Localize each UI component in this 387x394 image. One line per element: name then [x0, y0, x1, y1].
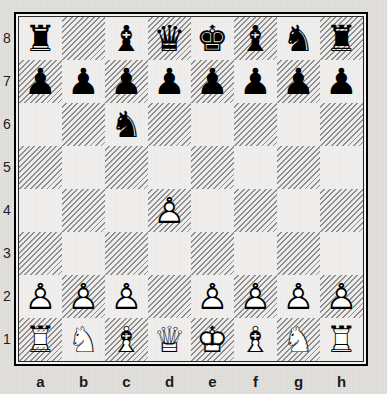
square-c3[interactable]	[105, 232, 148, 275]
white-pawn-icon: ♙	[234, 275, 277, 318]
square-c8[interactable]: ♝	[105, 17, 148, 60]
file-label-d: d	[148, 372, 191, 392]
rank-label-4: 4	[0, 189, 14, 232]
white-pawn-icon: ♙	[320, 275, 363, 318]
piece-black-queen-d8[interactable]: ♛	[148, 17, 191, 60]
square-a5[interactable]	[19, 146, 62, 189]
square-b1[interactable]: ♞♘	[62, 318, 105, 361]
rank-label-3: 3	[0, 232, 14, 275]
piece-white-knight-g1[interactable]: ♞♘	[277, 318, 320, 361]
file-labels: abcdefgh	[19, 372, 363, 392]
white-king-icon: ♔	[191, 318, 234, 361]
square-f8[interactable]: ♝	[234, 17, 277, 60]
square-h7[interactable]: ♟	[320, 60, 363, 103]
square-f2[interactable]: ♟♙	[234, 275, 277, 318]
square-a4[interactable]	[19, 189, 62, 232]
white-pawn-icon: ♙	[19, 275, 62, 318]
square-a6[interactable]	[19, 103, 62, 146]
square-b6[interactable]	[62, 103, 105, 146]
square-a7[interactable]: ♟	[19, 60, 62, 103]
black-pawn-icon: ♟	[19, 60, 62, 103]
square-f1[interactable]: ♝♗	[234, 318, 277, 361]
square-g7[interactable]: ♟	[277, 60, 320, 103]
square-d1[interactable]: ♛♕	[148, 318, 191, 361]
file-label-h: h	[320, 372, 363, 392]
square-d2[interactable]	[148, 275, 191, 318]
black-pawn-icon: ♟	[191, 60, 234, 103]
square-d6[interactable]	[148, 103, 191, 146]
file-label-g: g	[277, 372, 320, 392]
square-b5[interactable]	[62, 146, 105, 189]
square-d5[interactable]	[148, 146, 191, 189]
piece-white-pawn-e2[interactable]: ♟♙	[191, 275, 234, 318]
square-d3[interactable]	[148, 232, 191, 275]
piece-white-bishop-c1[interactable]: ♝♗	[105, 318, 148, 361]
square-g6[interactable]	[277, 103, 320, 146]
square-g5[interactable]	[277, 146, 320, 189]
piece-black-pawn-a7[interactable]: ♟	[19, 60, 62, 103]
piece-white-king-e1[interactable]: ♚♔	[191, 318, 234, 361]
piece-black-rook-a8[interactable]: ♜	[19, 17, 62, 60]
square-d8[interactable]: ♛	[148, 17, 191, 60]
file-label-b: b	[62, 372, 105, 392]
square-c1[interactable]: ♝♗	[105, 318, 148, 361]
square-h6[interactable]	[320, 103, 363, 146]
white-pawn-icon: ♙	[148, 189, 191, 232]
file-label-e: e	[191, 372, 234, 392]
black-rook-icon: ♜	[320, 17, 363, 60]
white-bishop-icon: ♗	[105, 318, 148, 361]
square-a3[interactable]	[19, 232, 62, 275]
chess-diagram: 87654321 ♜♝♛♚♝♞♜♟♟♟♟♟♟♟♟♞♟♙♟♙♟♙♟♙♟♙♟♙♟♙♟…	[0, 0, 387, 394]
black-queen-icon: ♛	[148, 17, 191, 60]
square-h8[interactable]: ♜	[320, 17, 363, 60]
square-h3[interactable]	[320, 232, 363, 275]
piece-white-rook-h1[interactable]: ♜♖	[320, 318, 363, 361]
piece-black-bishop-c8[interactable]: ♝	[105, 17, 148, 60]
piece-white-knight-b1[interactable]: ♞♘	[62, 318, 105, 361]
square-e8[interactable]: ♚	[191, 17, 234, 60]
piece-black-pawn-c7[interactable]: ♟	[105, 60, 148, 103]
square-e7[interactable]: ♟	[191, 60, 234, 103]
white-pawn-icon: ♙	[62, 275, 105, 318]
square-c7[interactable]: ♟	[105, 60, 148, 103]
black-pawn-icon: ♟	[234, 60, 277, 103]
square-c2[interactable]: ♟♙	[105, 275, 148, 318]
black-pawn-icon: ♟	[277, 60, 320, 103]
rank-label-1: 1	[0, 318, 14, 361]
piece-black-knight-g8[interactable]: ♞	[277, 17, 320, 60]
file-label-c: c	[105, 372, 148, 392]
piece-black-king-e8[interactable]: ♚	[191, 17, 234, 60]
piece-white-pawn-h2[interactable]: ♟♙	[320, 275, 363, 318]
square-e6[interactable]	[191, 103, 234, 146]
piece-white-pawn-f2[interactable]: ♟♙	[234, 275, 277, 318]
square-g1[interactable]: ♞♘	[277, 318, 320, 361]
file-label-f: f	[234, 372, 277, 392]
piece-black-bishop-f8[interactable]: ♝	[234, 17, 277, 60]
white-queen-icon: ♕	[148, 318, 191, 361]
piece-white-queen-d1[interactable]: ♛♕	[148, 318, 191, 361]
black-pawn-icon: ♟	[148, 60, 191, 103]
rank-labels: 87654321	[0, 17, 14, 361]
square-b4[interactable]	[62, 189, 105, 232]
square-c6[interactable]: ♞	[105, 103, 148, 146]
square-f6[interactable]	[234, 103, 277, 146]
square-d7[interactable]: ♟	[148, 60, 191, 103]
piece-black-pawn-b7[interactable]: ♟	[62, 60, 105, 103]
white-pawn-icon: ♙	[105, 275, 148, 318]
chess-board: ♜♝♛♚♝♞♜♟♟♟♟♟♟♟♟♞♟♙♟♙♟♙♟♙♟♙♟♙♟♙♟♙♜♖♞♘♝♗♛♕…	[18, 16, 364, 362]
square-g4[interactable]	[277, 189, 320, 232]
piece-white-bishop-f1[interactable]: ♝♗	[234, 318, 277, 361]
black-bishop-icon: ♝	[234, 17, 277, 60]
black-pawn-icon: ♟	[62, 60, 105, 103]
square-f7[interactable]: ♟	[234, 60, 277, 103]
piece-black-pawn-e7[interactable]: ♟	[191, 60, 234, 103]
square-c5[interactable]	[105, 146, 148, 189]
piece-black-pawn-f7[interactable]: ♟	[234, 60, 277, 103]
white-knight-icon: ♘	[62, 318, 105, 361]
square-b8[interactable]	[62, 17, 105, 60]
square-f5[interactable]	[234, 146, 277, 189]
piece-white-pawn-a2[interactable]: ♟♙	[19, 275, 62, 318]
piece-black-rook-h8[interactable]: ♜	[320, 17, 363, 60]
piece-white-pawn-g2[interactable]: ♟♙	[277, 275, 320, 318]
piece-white-pawn-c2[interactable]: ♟♙	[105, 275, 148, 318]
white-knight-icon: ♘	[277, 318, 320, 361]
square-b2[interactable]: ♟♙	[62, 275, 105, 318]
square-f4[interactable]	[234, 189, 277, 232]
black-king-icon: ♚	[191, 17, 234, 60]
square-b7[interactable]: ♟	[62, 60, 105, 103]
white-rook-icon: ♖	[19, 318, 62, 361]
square-g3[interactable]	[277, 232, 320, 275]
square-e1[interactable]: ♚♔	[191, 318, 234, 361]
white-pawn-icon: ♙	[277, 275, 320, 318]
white-pawn-icon: ♙	[191, 275, 234, 318]
white-rook-icon: ♖	[320, 318, 363, 361]
rank-label-5: 5	[0, 146, 14, 189]
square-h5[interactable]	[320, 146, 363, 189]
white-bishop-icon: ♗	[234, 318, 277, 361]
piece-white-pawn-b2[interactable]: ♟♙	[62, 275, 105, 318]
square-e3[interactable]	[191, 232, 234, 275]
square-d4[interactable]: ♟♙	[148, 189, 191, 232]
black-bishop-icon: ♝	[105, 17, 148, 60]
piece-black-knight-c6[interactable]: ♞	[105, 103, 148, 146]
black-pawn-icon: ♟	[320, 60, 363, 103]
piece-black-pawn-g7[interactable]: ♟	[277, 60, 320, 103]
square-h4[interactable]	[320, 189, 363, 232]
square-f3[interactable]	[234, 232, 277, 275]
square-a8[interactable]: ♜	[19, 17, 62, 60]
square-e4[interactable]	[191, 189, 234, 232]
black-rook-icon: ♜	[19, 17, 62, 60]
black-knight-icon: ♞	[105, 103, 148, 146]
square-g2[interactable]: ♟♙	[277, 275, 320, 318]
black-pawn-icon: ♟	[105, 60, 148, 103]
rank-label-2: 2	[0, 275, 14, 318]
file-label-a: a	[19, 372, 62, 392]
square-g8[interactable]: ♞	[277, 17, 320, 60]
piece-white-rook-a1[interactable]: ♜♖	[19, 318, 62, 361]
square-e5[interactable]	[191, 146, 234, 189]
square-e2[interactable]: ♟♙	[191, 275, 234, 318]
square-c4[interactable]	[105, 189, 148, 232]
square-a2[interactable]: ♟♙	[19, 275, 62, 318]
black-knight-icon: ♞	[277, 17, 320, 60]
square-b3[interactable]	[62, 232, 105, 275]
piece-black-pawn-h7[interactable]: ♟	[320, 60, 363, 103]
square-h1[interactable]: ♜♖	[320, 318, 363, 361]
square-a1[interactable]: ♜♖	[19, 318, 62, 361]
rank-label-8: 8	[0, 17, 14, 60]
chess-board-frame: ♜♝♛♚♝♞♜♟♟♟♟♟♟♟♟♞♟♙♟♙♟♙♟♙♟♙♟♙♟♙♟♙♜♖♞♘♝♗♛♕…	[14, 12, 368, 366]
square-h2[interactable]: ♟♙	[320, 275, 363, 318]
piece-white-pawn-d4[interactable]: ♟♙	[148, 189, 191, 232]
rank-label-6: 6	[0, 103, 14, 146]
rank-label-7: 7	[0, 60, 14, 103]
piece-black-pawn-d7[interactable]: ♟	[148, 60, 191, 103]
